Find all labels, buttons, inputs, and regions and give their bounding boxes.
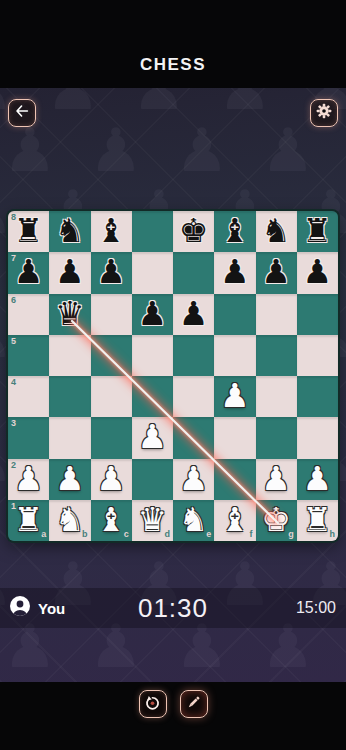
piece-black-pawn[interactable]: ♟ [138,297,168,330]
square-g5[interactable] [256,335,297,376]
rank-label-6: 6 [11,296,16,305]
square-h4[interactable] [297,376,338,417]
main-area: ♟♟♟♟♟♟♟♟♟♟♟♟♟♟♟♟♟♟♟♟♟♟♟♟♟♟♟♟♟♟♟♟♟♟♟♟♟♟♟♟… [0,88,346,682]
square-d1[interactable]: d♛ [132,500,173,541]
player-clock: 15:00 [296,599,336,617]
square-b5[interactable] [49,335,90,376]
square-c7[interactable]: ♟ [91,252,132,293]
square-g4[interactable] [256,376,297,417]
piece-white-rook[interactable]: ♜ [303,503,333,536]
square-h1[interactable]: h♜ [297,500,338,541]
square-f7[interactable]: ♟ [214,252,255,293]
square-e6[interactable]: ♟ [173,294,214,335]
piece-black-pawn[interactable]: ♟ [96,255,126,288]
background-pawn-glyph: ♟ [175,120,229,180]
square-e2[interactable]: ♟ [173,459,214,500]
piece-white-pawn[interactable]: ♟ [14,462,44,495]
piece-black-pawn[interactable]: ♟ [303,255,333,288]
square-g2[interactable]: ♟ [256,459,297,500]
piece-black-pawn[interactable]: ♟ [261,255,291,288]
square-h5[interactable] [297,335,338,376]
square-d8[interactable] [132,211,173,252]
piece-white-knight[interactable]: ♞ [55,503,85,536]
piece-white-pawn[interactable]: ♟ [303,462,333,495]
square-f1[interactable]: f♝ [214,500,255,541]
square-f5[interactable] [214,335,255,376]
piece-white-pawn[interactable]: ♟ [220,379,250,412]
piece-black-knight[interactable]: ♞ [261,214,291,247]
back-button[interactable] [8,99,36,127]
gear-icon [315,102,333,124]
piece-black-bishop[interactable]: ♝ [96,214,126,247]
page-title: CHESS [0,55,346,75]
square-g6[interactable] [256,294,297,335]
undo-icon [143,693,162,716]
square-h3[interactable] [297,417,338,458]
rank-label-3: 3 [11,419,16,428]
piece-white-rook[interactable]: ♜ [14,503,44,536]
square-f8[interactable]: ♝ [214,211,255,252]
piece-white-bishop[interactable]: ♝ [96,503,126,536]
piece-black-rook[interactable]: ♜ [303,214,333,247]
square-b7[interactable]: ♟ [49,252,90,293]
square-g8[interactable]: ♞ [256,211,297,252]
square-f3[interactable] [214,417,255,458]
square-g1[interactable]: g♚ [256,500,297,541]
square-d3[interactable]: ♟ [132,417,173,458]
square-a3[interactable]: 3 [8,417,49,458]
square-a4[interactable]: 4 [8,376,49,417]
square-e5[interactable] [173,335,214,376]
chess-board: 8♜♞♝♚♝♞♜7♟♟♟♟♟♟6♛♟♟54♟3♟2♟♟♟♟♟♟1a♜b♞c♝d♛… [8,211,338,541]
rank-label-4: 4 [11,378,16,387]
background-pawn-glyph: ♟ [89,120,143,180]
piece-white-pawn[interactable]: ♟ [179,462,209,495]
square-a2[interactable]: 2♟ [8,459,49,500]
background-pawn-glyph: ♟ [218,88,272,118]
square-d4[interactable] [132,376,173,417]
square-b2[interactable]: ♟ [49,459,90,500]
edit-button[interactable] [180,690,208,718]
pencil-icon [184,693,203,716]
app-screen: CHESS [0,0,346,750]
square-d2[interactable] [132,459,173,500]
square-h7[interactable]: ♟ [297,252,338,293]
square-a1[interactable]: 1a♜ [8,500,49,541]
square-a7[interactable]: 7♟ [8,252,49,293]
piece-white-queen[interactable]: ♛ [138,503,168,536]
square-f4[interactable]: ♟ [214,376,255,417]
background-pawn-glyph: ♟ [132,88,186,118]
bottom-bar [0,682,346,750]
piece-white-pawn[interactable]: ♟ [261,462,291,495]
undo-button[interactable] [139,690,167,718]
square-c3[interactable] [91,417,132,458]
square-h8[interactable]: ♜ [297,211,338,252]
settings-button[interactable] [310,99,338,127]
player-bar: You 01:30 15:00 [0,588,346,628]
square-c6[interactable] [91,294,132,335]
square-a6[interactable]: 6 [8,294,49,335]
piece-black-knight[interactable]: ♞ [55,214,85,247]
rank-label-5: 5 [11,337,16,346]
header: CHESS [0,0,346,88]
square-b6[interactable]: ♛ [49,294,90,335]
piece-white-pawn[interactable]: ♟ [96,462,126,495]
piece-black-pawn[interactable]: ♟ [179,297,209,330]
square-g7[interactable]: ♟ [256,252,297,293]
square-b1[interactable]: b♞ [49,500,90,541]
piece-white-pawn[interactable]: ♟ [55,462,85,495]
square-e3[interactable] [173,417,214,458]
piece-black-pawn[interactable]: ♟ [220,255,250,288]
file-label-f: f [250,530,253,539]
square-e4[interactable] [173,376,214,417]
square-f6[interactable] [214,294,255,335]
piece-black-pawn[interactable]: ♟ [55,255,85,288]
square-e7[interactable] [173,252,214,293]
background-pawn-glyph: ♟ [3,120,57,180]
piece-white-king[interactable]: ♚ [261,503,291,536]
piece-black-queen[interactable]: ♛ [55,297,85,330]
piece-black-rook[interactable]: ♜ [14,214,44,247]
square-b8[interactable]: ♞ [49,211,90,252]
square-c8[interactable]: ♝ [91,211,132,252]
piece-black-king[interactable]: ♚ [179,214,209,247]
piece-black-bishop[interactable]: ♝ [220,214,250,247]
piece-black-pawn[interactable]: ♟ [14,255,44,288]
square-g3[interactable] [256,417,297,458]
background-pawn-glyph: ♟ [261,120,315,180]
square-a8[interactable]: 8♜ [8,211,49,252]
square-c5[interactable] [91,335,132,376]
square-h6[interactable] [297,294,338,335]
square-h2[interactable]: ♟ [297,459,338,500]
piece-white-knight[interactable]: ♞ [179,503,209,536]
move-timer: 01:30 [0,593,346,624]
square-c4[interactable] [91,376,132,417]
square-d6[interactable]: ♟ [132,294,173,335]
piece-white-pawn[interactable]: ♟ [138,420,168,453]
square-b3[interactable] [49,417,90,458]
square-c1[interactable]: c♝ [91,500,132,541]
square-e1[interactable]: e♞ [173,500,214,541]
square-d7[interactable] [132,252,173,293]
square-c2[interactable]: ♟ [91,459,132,500]
square-b4[interactable] [49,376,90,417]
square-d5[interactable] [132,335,173,376]
arrow-left-icon [13,102,31,124]
square-f2[interactable] [214,459,255,500]
square-a5[interactable]: 5 [8,335,49,376]
square-e8[interactable]: ♚ [173,211,214,252]
background-pawn-glyph: ♟ [46,88,100,118]
piece-white-bishop[interactable]: ♝ [220,503,250,536]
